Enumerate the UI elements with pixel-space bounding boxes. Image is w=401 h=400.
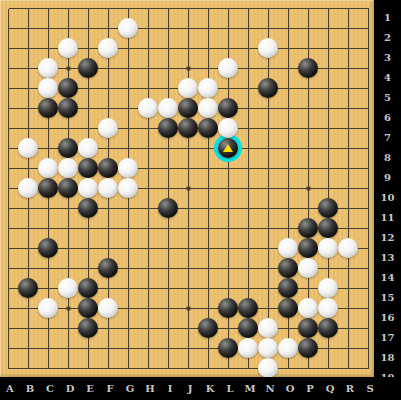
stone-white: [258, 318, 278, 338]
row-label-10: 10: [374, 192, 401, 204]
stone-black: [158, 198, 178, 218]
stone-black: [298, 318, 318, 338]
stone-white: [258, 338, 278, 358]
stone-black: [298, 218, 318, 238]
stone-white: [178, 78, 198, 98]
col-label-C: C: [40, 377, 60, 400]
stone-black: [218, 338, 238, 358]
col-label-P: P: [300, 377, 320, 400]
stone-black: [298, 338, 318, 358]
row-label-8: 8: [374, 152, 401, 164]
row-label-18: 18: [374, 352, 401, 364]
stone-white: [278, 238, 298, 258]
go-board[interactable]: [0, 0, 374, 377]
stone-black: [38, 98, 58, 118]
stone-black: [318, 198, 338, 218]
stone-black: [178, 98, 198, 118]
stone-black: [218, 298, 238, 318]
row-label-6: 6: [374, 112, 401, 124]
col-label-A: A: [0, 377, 20, 400]
stone-black: [78, 158, 98, 178]
row-label-1: 1: [374, 12, 401, 24]
stone-white: [58, 38, 78, 58]
star-point: [186, 66, 190, 70]
stone-white: [298, 258, 318, 278]
col-label-R: R: [340, 377, 360, 400]
stone-black: [78, 198, 98, 218]
row-label-17: 17: [374, 332, 401, 344]
stone-white: [98, 178, 118, 198]
stone-white: [38, 158, 58, 178]
stone-white: [318, 298, 338, 318]
stone-black: [58, 138, 78, 158]
stone-white: [98, 118, 118, 138]
stone-black: [98, 258, 118, 278]
stone-black: [78, 58, 98, 78]
col-label-N: N: [260, 377, 280, 400]
row-label-12: 12: [374, 232, 401, 244]
stone-black: [318, 318, 338, 338]
stone-black: [238, 318, 258, 338]
row-label-2: 2: [374, 32, 401, 44]
stone-black: [278, 298, 298, 318]
stone-black: [58, 78, 78, 98]
row-label-3: 3: [374, 52, 401, 64]
stone-black: [18, 278, 38, 298]
stone-white: [218, 58, 238, 78]
stone-black: [278, 278, 298, 298]
stone-black: [78, 298, 98, 318]
col-label-K: K: [200, 377, 220, 400]
stone-black: [38, 178, 58, 198]
col-label-L: L: [220, 377, 240, 400]
stone-white: [318, 278, 338, 298]
col-label-F: F: [100, 377, 120, 400]
stone-white: [58, 278, 78, 298]
stone-white: [118, 18, 138, 38]
stone-black: [198, 318, 218, 338]
stone-black: [58, 98, 78, 118]
stone-white: [78, 138, 98, 158]
col-label-H: H: [140, 377, 160, 400]
star-point: [306, 186, 310, 190]
stone-black: [318, 218, 338, 238]
last-move-triangle-marker: [223, 144, 233, 152]
col-label-B: B: [20, 377, 40, 400]
col-label-J: J: [180, 377, 200, 400]
stone-white: [158, 98, 178, 118]
stone-white: [318, 238, 338, 258]
stone-black: [238, 298, 258, 318]
stone-white: [78, 178, 98, 198]
stone-black: [158, 118, 178, 138]
stone-white: [58, 158, 78, 178]
stone-black: [38, 238, 58, 258]
row-label-16: 16: [374, 312, 401, 324]
stone-black: [178, 118, 198, 138]
stone-white: [38, 58, 58, 78]
stone-black: [98, 158, 118, 178]
col-label-M: M: [240, 377, 260, 400]
stone-white: [298, 298, 318, 318]
stone-black: [298, 58, 318, 78]
col-label-D: D: [60, 377, 80, 400]
stone-white: [118, 158, 138, 178]
stone-white: [278, 338, 298, 358]
stone-black: [278, 258, 298, 278]
stone-white: [198, 98, 218, 118]
stone-white: [258, 358, 278, 378]
row-labels: 12345678910111213141516171819: [374, 0, 401, 400]
stone-white: [218, 118, 238, 138]
row-label-5: 5: [374, 92, 401, 104]
row-label-7: 7: [374, 132, 401, 144]
stone-white: [98, 298, 118, 318]
stone-black: [258, 78, 278, 98]
stone-white: [18, 178, 38, 198]
col-label-E: E: [80, 377, 100, 400]
stone-white: [238, 338, 258, 358]
stone-white: [338, 238, 358, 258]
column-labels: ABCDEFGHIJKLMNOPQRS: [0, 377, 401, 400]
stone-white: [18, 138, 38, 158]
stone-black: [298, 238, 318, 258]
stone-black: [198, 118, 218, 138]
stone-white: [38, 78, 58, 98]
stone-white: [258, 38, 278, 58]
star-point: [66, 306, 70, 310]
row-label-15: 15: [374, 292, 401, 304]
stone-white: [198, 78, 218, 98]
row-label-4: 4: [374, 72, 401, 84]
col-label-I: I: [160, 377, 180, 400]
row-label-14: 14: [374, 272, 401, 284]
stone-black: [218, 98, 238, 118]
col-label-S: S: [360, 377, 380, 400]
stone-white: [38, 298, 58, 318]
stone-black: [58, 178, 78, 198]
stone-black: [78, 318, 98, 338]
row-label-9: 9: [374, 172, 401, 184]
col-label-Q: Q: [320, 377, 340, 400]
stone-white: [138, 98, 158, 118]
star-point: [186, 186, 190, 190]
star-point: [66, 66, 70, 70]
row-label-11: 11: [374, 212, 401, 224]
star-point: [186, 306, 190, 310]
stone-black: [78, 278, 98, 298]
col-label-G: G: [120, 377, 140, 400]
stone-white: [98, 38, 118, 58]
go-game-screen: 12345678910111213141516171819 ABCDEFGHIJ…: [0, 0, 401, 400]
row-label-13: 13: [374, 252, 401, 264]
col-label-O: O: [280, 377, 300, 400]
stone-white: [118, 178, 138, 198]
